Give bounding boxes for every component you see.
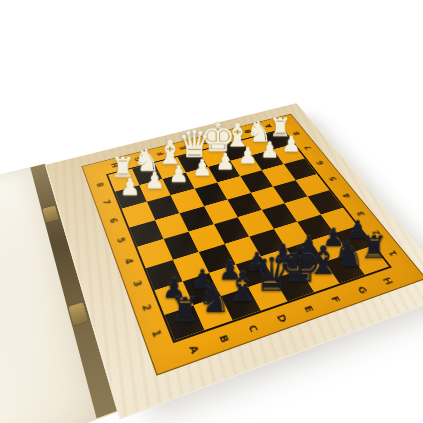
- black-rook-icon: ♜: [163, 293, 203, 327]
- board-sheet: 87654321 87654321 ABCDEFGH HGFEDCBA ♜♞♝♛…: [81, 113, 423, 375]
- wooden-box: 87654321 87654321 ABCDEFGH HGFEDCBA ♜♞♝♛…: [46, 103, 423, 417]
- white-pawn-icon: ♟: [113, 175, 146, 198]
- photo-stage: 87654321 87654321 ABCDEFGH HGFEDCBA ♜♞♝♛…: [0, 0, 423, 423]
- chess-set-scene: 87654321 87654321 ABCDEFGH HGFEDCBA ♜♞♝♛…: [0, 0, 423, 423]
